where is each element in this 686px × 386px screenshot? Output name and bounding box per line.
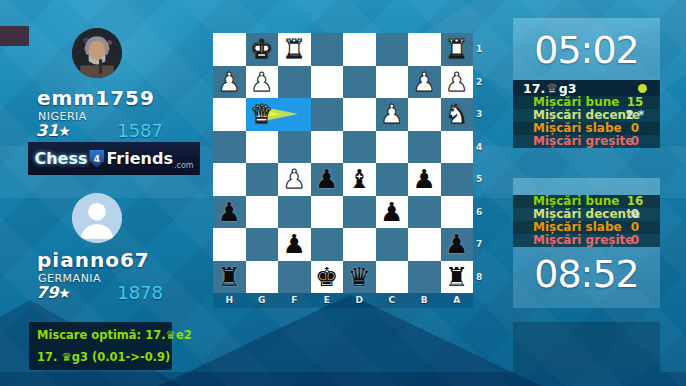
file-label-a: A — [441, 295, 474, 305]
square-d3[interactable] — [343, 98, 376, 131]
person-silhouette-icon — [72, 193, 122, 243]
top-player-rating: 1587 — [99, 120, 163, 141]
square-b6[interactable] — [408, 196, 441, 229]
rank-label-7: 7 — [476, 228, 488, 261]
rank-label-6: 6 — [476, 196, 488, 229]
file-labels: HGFEDCBA — [213, 295, 473, 305]
rank-label-4: 4 — [476, 131, 488, 164]
avatar-photo — [72, 28, 122, 78]
star-icon: ★ — [58, 123, 71, 139]
square-f7[interactable]: ♟ — [278, 228, 311, 261]
square-c2[interactable] — [376, 66, 409, 99]
black-piece-b[interactable]: ♝ — [348, 163, 371, 196]
square-f5[interactable]: ♟ — [278, 163, 311, 196]
square-e1[interactable] — [311, 33, 344, 66]
square-d8[interactable]: ♛ — [343, 261, 376, 294]
background-diamond-dark — [150, 295, 550, 386]
square-h2[interactable]: ♟ — [213, 66, 246, 99]
square-b7[interactable] — [408, 228, 441, 261]
square-a5[interactable] — [441, 163, 474, 196]
square-c7[interactable] — [376, 228, 409, 261]
square-a1[interactable]: ♜ — [441, 33, 474, 66]
square-d6[interactable] — [343, 196, 376, 229]
logo-text-friends: Friends — [106, 149, 173, 168]
rank-labels: 12345678 — [476, 33, 488, 293]
square-b8[interactable] — [408, 261, 441, 294]
white-piece-r[interactable]: ♜ — [283, 33, 306, 66]
bottom-player-name: pianno67 — [37, 248, 150, 272]
last-move-header[interactable]: 17. ♛ g3 — [513, 80, 660, 96]
stats-label: Mișcări bune — [533, 95, 619, 109]
square-c6[interactable]: ♟ — [376, 196, 409, 229]
background-corner-patch — [0, 26, 29, 46]
site-logo-banner[interactable]: Chess 4 Friends .com — [28, 142, 200, 175]
black-piece-p[interactable]: ♟ — [380, 196, 403, 229]
square-c3[interactable]: ♟ — [376, 98, 409, 131]
square-h4[interactable] — [213, 131, 246, 164]
file-label-b: B — [408, 295, 441, 305]
square-g3[interactable]: ♛ — [246, 98, 279, 131]
square-e6[interactable] — [311, 196, 344, 229]
black-piece-p[interactable]: ♟ — [283, 228, 306, 261]
square-e5[interactable]: ♟ — [311, 163, 344, 196]
square-g1[interactable]: ♚ — [246, 33, 279, 66]
empty-bottom-panel — [513, 322, 660, 372]
black-piece-r[interactable]: ♜ — [218, 261, 241, 294]
file-label-g: G — [246, 295, 279, 305]
white-piece-p[interactable]: ♟ — [445, 66, 468, 99]
bottom-player-rating: 1878 — [99, 282, 163, 303]
star-icon: ★ — [58, 285, 71, 301]
square-g4[interactable] — [246, 131, 279, 164]
move-quality-dot — [638, 84, 647, 93]
stats-row: Mișcări greșite0 — [513, 135, 660, 148]
square-h6[interactable]: ♟ — [213, 196, 246, 229]
square-d1[interactable] — [343, 33, 376, 66]
square-a7[interactable]: ♟ — [441, 228, 474, 261]
black-piece-q[interactable]: ♛ — [348, 261, 371, 294]
chess-board[interactable]: ♚♜♜♟♟♟♟♛♟♞♟♟♝♟♟♟♟♟♜♚♛♜ — [213, 33, 473, 293]
file-label-c: C — [376, 295, 409, 305]
rank-label-8: 8 — [476, 261, 488, 294]
square-b4[interactable] — [408, 131, 441, 164]
best-move-line: Miscare optimă: 17.♛e2 — [37, 328, 192, 342]
white-piece-p[interactable]: ♟ — [413, 66, 436, 99]
square-c8[interactable] — [376, 261, 409, 294]
white-piece-q[interactable]: ♛ — [250, 98, 273, 131]
white-piece-p[interactable]: ♟ — [250, 66, 273, 99]
square-e7[interactable] — [311, 228, 344, 261]
white-piece-p[interactable]: ♟ — [218, 66, 241, 99]
rank-label-5: 5 — [476, 163, 488, 196]
square-b5[interactable]: ♟ — [408, 163, 441, 196]
square-h5[interactable] — [213, 163, 246, 196]
move-number: 17. — [523, 81, 545, 96]
top-player-name: emm1759 — [37, 86, 155, 110]
background-bottom-band — [0, 372, 686, 386]
square-g2[interactable]: ♟ — [246, 66, 279, 99]
file-label-h: H — [213, 295, 246, 305]
square-g8[interactable] — [246, 261, 279, 294]
file-label-f: F — [278, 295, 311, 305]
square-f8[interactable] — [278, 261, 311, 294]
black-piece-r[interactable]: ♜ — [445, 261, 468, 294]
white-piece-n[interactable]: ♞ — [445, 98, 468, 131]
top-player-stars: 31★ — [36, 121, 71, 140]
square-a3[interactable]: ♞ — [441, 98, 474, 131]
bottom-clock: 08:52 — [513, 252, 660, 296]
black-piece-p[interactable]: ♟ — [445, 228, 468, 261]
square-f2[interactable] — [278, 66, 311, 99]
square-h8[interactable]: ♜ — [213, 261, 246, 294]
stats-bottom-player: Mișcări bune16Mișcări decente0Mișcări sl… — [513, 195, 660, 247]
square-d7[interactable] — [343, 228, 376, 261]
file-label-d: D — [343, 295, 376, 305]
game-screen: emm1759 NIGERIA 31★ 1587 Chess 4 Friends… — [0, 0, 686, 386]
square-e3[interactable] — [311, 98, 344, 131]
rank-label-2: 2 — [476, 66, 488, 99]
file-label-e: E — [311, 295, 344, 305]
analysis-box: Miscare optimă: 17.♛e2 17. ♛g3 (0.01->-0… — [29, 322, 172, 370]
stats-value: 0 — [616, 234, 654, 247]
rank-label-1: 1 — [476, 33, 488, 66]
logo-shield-icon: 4 — [89, 150, 104, 168]
black-piece-p[interactable]: ♟ — [218, 196, 241, 229]
white-piece-k[interactable]: ♚ — [250, 33, 273, 66]
stats-top-player: Mișcări bune15Mișcări decente2 *Mișcări … — [513, 96, 660, 148]
square-f6[interactable] — [278, 196, 311, 229]
stats-value: 0 — [616, 135, 654, 148]
white-piece-p[interactable]: ♟ — [380, 98, 403, 131]
move-square: g3 — [559, 81, 577, 96]
square-f1[interactable]: ♜ — [278, 33, 311, 66]
square-d2[interactable] — [343, 66, 376, 99]
black-piece-p[interactable]: ♟ — [413, 163, 436, 196]
square-g7[interactable] — [246, 228, 279, 261]
square-f4[interactable] — [278, 131, 311, 164]
square-c1[interactable] — [376, 33, 409, 66]
logo-text-com: .com — [174, 161, 194, 170]
avatar-top-player[interactable] — [72, 28, 122, 78]
square-b3[interactable] — [408, 98, 441, 131]
square-d4[interactable] — [343, 131, 376, 164]
black-piece-p[interactable]: ♟ — [315, 163, 338, 196]
square-a8[interactable]: ♜ — [441, 261, 474, 294]
square-b2[interactable]: ♟ — [408, 66, 441, 99]
square-c4[interactable] — [376, 131, 409, 164]
white-piece-r[interactable]: ♜ — [445, 33, 468, 66]
square-a4[interactable] — [441, 131, 474, 164]
stats-label: Mișcări slabe — [533, 121, 622, 135]
stats-label: Mișcări slabe — [533, 220, 622, 234]
square-h3[interactable] — [213, 98, 246, 131]
square-g6[interactable] — [246, 196, 279, 229]
square-a2[interactable]: ♟ — [441, 66, 474, 99]
square-g5[interactable] — [246, 163, 279, 196]
logo-text-chess: Chess — [34, 149, 87, 168]
black-piece-k[interactable]: ♚ — [315, 261, 338, 294]
square-b1[interactable] — [408, 33, 441, 66]
square-e2[interactable] — [311, 66, 344, 99]
white-queen-icon: ♛ — [546, 81, 558, 96]
rank-label-3: 3 — [476, 98, 488, 131]
bottom-player-stars: 79★ — [36, 283, 71, 302]
square-h7[interactable] — [213, 228, 246, 261]
square-e4[interactable] — [311, 131, 344, 164]
square-e8[interactable]: ♚ — [311, 261, 344, 294]
square-h1[interactable] — [213, 33, 246, 66]
white-piece-p[interactable]: ♟ — [283, 163, 306, 196]
square-d5[interactable]: ♝ — [343, 163, 376, 196]
stats-label: Mișcări bune — [533, 194, 619, 208]
played-move-eval-line: 17. ♛g3 (0.01->-0.9) — [37, 350, 170, 364]
avatar-bottom-player[interactable] — [72, 193, 122, 243]
square-c5[interactable] — [376, 163, 409, 196]
stats-row: Mișcări greșite0 — [513, 234, 660, 247]
top-clock: 05:02 — [513, 28, 660, 72]
square-a6[interactable] — [441, 196, 474, 229]
